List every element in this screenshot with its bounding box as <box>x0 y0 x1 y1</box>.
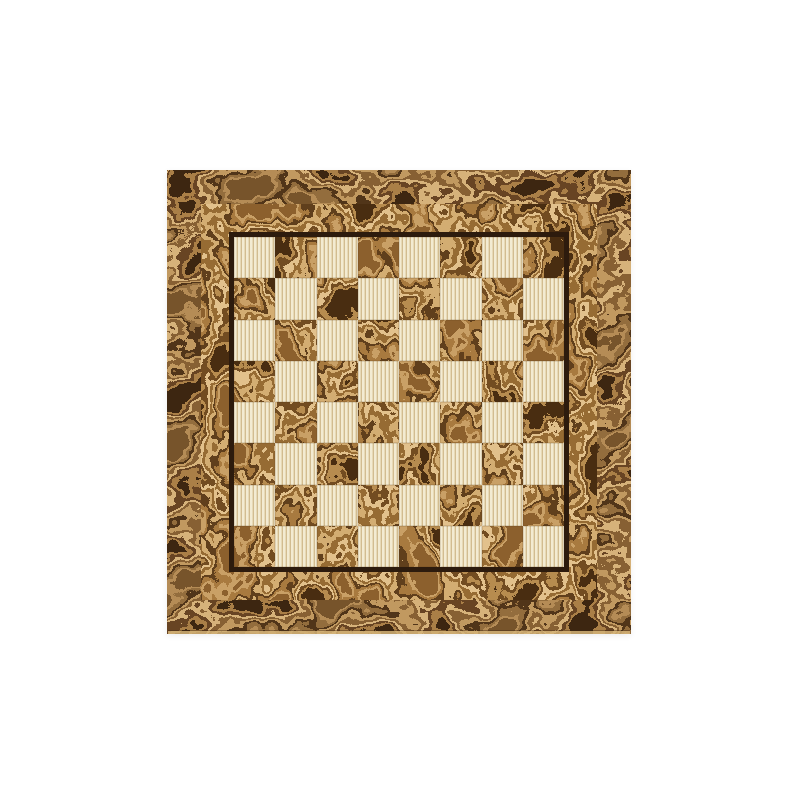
square-b5 <box>275 361 316 402</box>
square-c8 <box>317 237 358 278</box>
square-f1 <box>440 526 481 567</box>
square-c6 <box>317 320 358 361</box>
square-h3 <box>523 443 564 484</box>
square-h7 <box>523 278 564 319</box>
square-h8 <box>523 237 564 278</box>
square-g3 <box>482 443 523 484</box>
square-d2 <box>358 485 399 526</box>
square-g8 <box>482 237 523 278</box>
square-c2 <box>317 485 358 526</box>
square-h5 <box>523 361 564 402</box>
square-h4 <box>523 402 564 443</box>
square-e3 <box>399 443 440 484</box>
square-a3 <box>234 443 275 484</box>
square-e4 <box>399 402 440 443</box>
square-h6 <box>523 320 564 361</box>
square-d4 <box>358 402 399 443</box>
square-f3 <box>440 443 481 484</box>
square-f8 <box>440 237 481 278</box>
square-f4 <box>440 402 481 443</box>
square-a5 <box>234 361 275 402</box>
square-f7 <box>440 278 481 319</box>
square-b3 <box>275 443 316 484</box>
square-c7 <box>317 278 358 319</box>
square-e8 <box>399 237 440 278</box>
square-a4 <box>234 402 275 443</box>
square-g1 <box>482 526 523 567</box>
square-a1 <box>234 526 275 567</box>
square-c3 <box>317 443 358 484</box>
square-b8 <box>275 237 316 278</box>
square-e2 <box>399 485 440 526</box>
square-b4 <box>275 402 316 443</box>
square-g6 <box>482 320 523 361</box>
board-squares-grid <box>234 237 564 567</box>
square-a6 <box>234 320 275 361</box>
square-g5 <box>482 361 523 402</box>
square-d5 <box>358 361 399 402</box>
square-d1 <box>358 526 399 567</box>
product-photo-canvas <box>0 0 800 800</box>
square-g7 <box>482 278 523 319</box>
chess-board <box>167 170 631 634</box>
square-a8 <box>234 237 275 278</box>
square-g4 <box>482 402 523 443</box>
square-b2 <box>275 485 316 526</box>
square-d6 <box>358 320 399 361</box>
square-c1 <box>317 526 358 567</box>
square-h2 <box>523 485 564 526</box>
square-h1 <box>523 526 564 567</box>
square-f5 <box>440 361 481 402</box>
square-f2 <box>440 485 481 526</box>
square-e5 <box>399 361 440 402</box>
square-f6 <box>440 320 481 361</box>
square-b7 <box>275 278 316 319</box>
square-d3 <box>358 443 399 484</box>
square-d8 <box>358 237 399 278</box>
square-b6 <box>275 320 316 361</box>
square-e1 <box>399 526 440 567</box>
square-d7 <box>358 278 399 319</box>
square-e6 <box>399 320 440 361</box>
square-c5 <box>317 361 358 402</box>
square-e7 <box>399 278 440 319</box>
square-c4 <box>317 402 358 443</box>
square-a2 <box>234 485 275 526</box>
square-g2 <box>482 485 523 526</box>
square-b1 <box>275 526 316 567</box>
square-a7 <box>234 278 275 319</box>
